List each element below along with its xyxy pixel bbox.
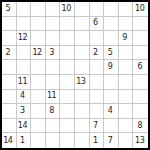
numberlink-board: 51010612921232596111341138414781411713: [0, 0, 150, 150]
cell-r8c5[interactable]: [60, 104, 75, 119]
clue-number-13: 13: [135, 137, 144, 145]
clue-number-11: 11: [18, 78, 27, 86]
cell-r4c3[interactable]: 12: [31, 46, 46, 61]
cell-r3c8[interactable]: [104, 31, 119, 46]
cell-r5c7[interactable]: [90, 60, 105, 75]
cell-r5c8[interactable]: 9: [104, 60, 119, 75]
cell-r10c9[interactable]: [119, 133, 134, 148]
cell-r10c4[interactable]: [46, 133, 61, 148]
cell-r7c4[interactable]: 11: [46, 90, 61, 105]
cell-r9c10[interactable]: 8: [133, 119, 148, 134]
cell-r2c6[interactable]: [75, 17, 90, 32]
cell-r6c3[interactable]: [31, 75, 46, 90]
cell-r2c10[interactable]: [133, 17, 148, 32]
clue-number-8: 8: [49, 107, 54, 115]
cell-r6c2[interactable]: 11: [17, 75, 32, 90]
cell-r5c10[interactable]: 6: [133, 60, 148, 75]
cell-r3c3[interactable]: [31, 31, 46, 46]
cell-r1c9[interactable]: [119, 2, 134, 17]
cell-r5c5[interactable]: [60, 60, 75, 75]
cell-r1c4[interactable]: [46, 2, 61, 17]
cell-r9c3[interactable]: [31, 119, 46, 134]
clue-number-4: 4: [20, 92, 25, 100]
cell-r1c3[interactable]: [31, 2, 46, 17]
cell-r7c7[interactable]: [90, 90, 105, 105]
cell-r3c10[interactable]: [133, 31, 148, 46]
cell-r9c2[interactable]: 14: [17, 119, 32, 134]
cell-r4c4[interactable]: 3: [46, 46, 61, 61]
cell-r2c4[interactable]: [46, 17, 61, 32]
cell-r9c5[interactable]: [60, 119, 75, 134]
clue-number-5: 5: [108, 49, 113, 57]
cell-r2c8[interactable]: [104, 17, 119, 32]
clue-number-14: 14: [18, 122, 27, 130]
cell-r9c8[interactable]: [104, 119, 119, 134]
cell-r3c2[interactable]: 12: [17, 31, 32, 46]
cell-r1c10[interactable]: 10: [133, 2, 148, 17]
cell-r10c1[interactable]: 14: [2, 133, 17, 148]
clue-number-13: 13: [76, 78, 85, 86]
cell-r2c2[interactable]: [17, 17, 32, 32]
cell-r5c1[interactable]: [2, 60, 17, 75]
cell-r8c1[interactable]: [2, 104, 17, 119]
cell-r9c9[interactable]: [119, 119, 134, 134]
clue-number-12: 12: [18, 34, 27, 42]
cell-r2c3[interactable]: [31, 17, 46, 32]
cell-r10c2[interactable]: 1: [17, 133, 32, 148]
cell-r3c4[interactable]: [46, 31, 61, 46]
cell-r5c9[interactable]: [119, 60, 134, 75]
clue-number-9: 9: [122, 34, 127, 42]
cell-r8c6[interactable]: [75, 104, 90, 119]
clue-number-5: 5: [6, 5, 11, 13]
cell-r2c7[interactable]: 6: [90, 17, 105, 32]
cell-r7c1[interactable]: [2, 90, 17, 105]
cell-r6c1[interactable]: [2, 75, 17, 90]
cell-r4c2[interactable]: [17, 46, 32, 61]
cell-r4c10[interactable]: [133, 46, 148, 61]
cell-r4c5[interactable]: [60, 46, 75, 61]
cell-r3c7[interactable]: [90, 31, 105, 46]
cell-r9c6[interactable]: [75, 119, 90, 134]
cell-r4c8[interactable]: 5: [104, 46, 119, 61]
clue-number-1: 1: [20, 137, 25, 145]
cell-r3c1[interactable]: [2, 31, 17, 46]
cell-r4c1[interactable]: 2: [2, 46, 17, 61]
cell-r8c4[interactable]: 8: [46, 104, 61, 119]
cell-r9c1[interactable]: [2, 119, 17, 134]
cell-r5c3[interactable]: [31, 60, 46, 75]
cell-r6c5[interactable]: [60, 75, 75, 90]
cell-r7c3[interactable]: [31, 90, 46, 105]
cell-r6c7[interactable]: [90, 75, 105, 90]
cell-r7c8[interactable]: [104, 90, 119, 105]
cell-r10c7[interactable]: 1: [90, 133, 105, 148]
cell-r4c9[interactable]: [119, 46, 134, 61]
cell-r5c6[interactable]: [75, 60, 90, 75]
cell-r4c7[interactable]: 2: [90, 46, 105, 61]
cell-r10c5[interactable]: [60, 133, 75, 148]
cell-r5c2[interactable]: [17, 60, 32, 75]
cell-r4c6[interactable]: [75, 46, 90, 61]
clue-number-11: 11: [47, 92, 56, 100]
cell-r1c1[interactable]: 5: [2, 2, 17, 17]
clue-number-2: 2: [6, 49, 11, 57]
cell-r8c7[interactable]: [90, 104, 105, 119]
clue-number-2: 2: [93, 49, 98, 57]
cell-r5c4[interactable]: [46, 60, 61, 75]
clue-number-1: 1: [93, 137, 98, 145]
clue-number-12: 12: [32, 49, 41, 57]
cell-r3c9[interactable]: 9: [119, 31, 134, 46]
cell-r9c7[interactable]: 7: [90, 119, 105, 134]
cell-r10c3[interactable]: [31, 133, 46, 148]
cell-r8c8[interactable]: 4: [104, 104, 119, 119]
cell-r2c1[interactable]: [2, 17, 17, 32]
cell-r7c10[interactable]: [133, 90, 148, 105]
clue-number-10: 10: [135, 5, 144, 13]
clue-number-7: 7: [93, 122, 98, 130]
cell-r1c2[interactable]: [17, 2, 32, 17]
clue-number-3: 3: [49, 49, 54, 57]
cell-r8c10[interactable]: [133, 104, 148, 119]
cell-r6c8[interactable]: [104, 75, 119, 90]
cell-r10c6[interactable]: [75, 133, 90, 148]
clue-number-7: 7: [108, 137, 113, 145]
cell-r3c6[interactable]: [75, 31, 90, 46]
cell-r6c9[interactable]: [119, 75, 134, 90]
cell-r7c6[interactable]: [75, 90, 90, 105]
cell-r8c2[interactable]: 3: [17, 104, 32, 119]
cell-r8c3[interactable]: [31, 104, 46, 119]
cell-r6c6[interactable]: 13: [75, 75, 90, 90]
cell-r9c4[interactable]: [46, 119, 61, 134]
cell-r1c7[interactable]: [90, 2, 105, 17]
cell-r1c6[interactable]: [75, 2, 90, 17]
clue-number-8: 8: [137, 122, 142, 130]
clue-number-4: 4: [108, 107, 113, 115]
cell-r7c9[interactable]: [119, 90, 134, 105]
cell-r1c8[interactable]: [104, 2, 119, 17]
cell-r6c10[interactable]: [133, 75, 148, 90]
cell-r6c4[interactable]: [46, 75, 61, 90]
cell-r1c5[interactable]: 10: [60, 2, 75, 17]
cell-r2c5[interactable]: [60, 17, 75, 32]
cell-r8c9[interactable]: [119, 104, 134, 119]
clue-number-6: 6: [93, 19, 98, 27]
cell-r3c5[interactable]: [60, 31, 75, 46]
clue-number-9: 9: [108, 63, 113, 71]
cell-r7c5[interactable]: [60, 90, 75, 105]
cell-r2c9[interactable]: [119, 17, 134, 32]
clue-number-3: 3: [20, 107, 25, 115]
cell-r10c8[interactable]: 7: [104, 133, 119, 148]
cell-r10c10[interactable]: 13: [133, 133, 148, 148]
clue-number-6: 6: [137, 63, 142, 71]
clue-number-10: 10: [62, 5, 71, 13]
clue-number-14: 14: [3, 137, 12, 145]
cell-r7c2[interactable]: 4: [17, 90, 32, 105]
